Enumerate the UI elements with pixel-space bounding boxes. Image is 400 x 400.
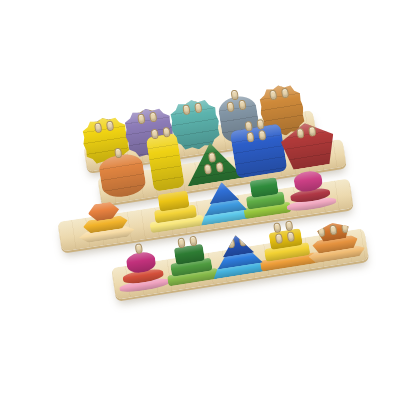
peg-row	[246, 130, 266, 143]
peg-group	[215, 87, 256, 114]
board-front	[111, 228, 369, 300]
peg-group	[256, 75, 302, 102]
orange-pentagon-peg-pyramid	[304, 221, 366, 264]
wooden-peg	[208, 152, 216, 163]
magenta-circle-peg-pyramid	[115, 251, 171, 295]
wooden-peg	[162, 127, 170, 138]
peg-row	[135, 243, 143, 254]
wooden-peg	[177, 237, 185, 248]
peg-row	[208, 152, 216, 163]
wooden-peg	[204, 163, 212, 174]
red-pentagon-column	[278, 119, 337, 171]
wooden-peg	[275, 233, 283, 244]
peg-group	[172, 235, 202, 249]
orange-circle-column	[97, 151, 147, 200]
wooden-peg	[341, 223, 349, 234]
wooden-peg	[273, 222, 281, 233]
wooden-peg	[135, 243, 143, 254]
peg-row	[114, 147, 122, 158]
wooden-peg	[231, 226, 239, 237]
wooden-peg	[308, 126, 316, 137]
orange-hexagon-pyramid	[75, 201, 136, 244]
wooden-peg	[149, 111, 157, 122]
wooden-peg	[181, 94, 189, 105]
pink-circle-pyramid	[282, 170, 337, 213]
wooden-peg	[94, 122, 102, 133]
peg-row	[177, 236, 197, 249]
peg-row	[231, 89, 239, 100]
wooden-peg	[238, 99, 246, 110]
wooden-peg	[296, 128, 304, 139]
wooden-peg	[287, 231, 295, 242]
wooden-peg	[285, 220, 293, 231]
wooden-peg	[269, 90, 277, 101]
wooden-peg	[231, 89, 239, 100]
wooden-peg	[258, 130, 266, 141]
product-photo-wooden-stacking-toy	[0, 0, 400, 400]
wooden-peg	[189, 236, 197, 247]
wooden-peg	[317, 226, 325, 237]
peg-row	[296, 126, 316, 139]
wooden-peg	[321, 215, 329, 226]
square-piece-stack	[230, 123, 288, 178]
peg-row	[227, 99, 247, 112]
wooden-peg	[150, 128, 158, 139]
wooden-peg	[226, 238, 234, 249]
peg-row	[94, 120, 114, 133]
wooden-peg	[333, 213, 341, 224]
peg-row	[226, 236, 246, 249]
wooden-peg	[105, 120, 113, 131]
wooden-peg	[193, 92, 201, 103]
peg-row	[150, 127, 170, 140]
wooden-peg	[194, 103, 202, 114]
peg-row	[269, 88, 289, 101]
peg-group	[267, 219, 302, 245]
wooden-peg	[92, 111, 100, 122]
wooden-peg	[329, 225, 337, 236]
wooden-peg	[245, 121, 253, 132]
wooden-peg	[114, 147, 122, 158]
peg-group	[79, 108, 127, 136]
peg-row	[182, 103, 202, 116]
wooden-peg	[268, 79, 276, 90]
wooden-peg	[281, 88, 289, 99]
wooden-peg	[256, 119, 264, 130]
peg-row	[317, 223, 349, 238]
wooden-peg	[104, 110, 112, 121]
peg-group	[121, 98, 172, 126]
circle-piece-stack	[97, 151, 147, 200]
wooden-peg	[137, 113, 145, 124]
peg-group	[166, 90, 217, 118]
peg-row	[137, 111, 157, 124]
peg-group	[315, 212, 350, 238]
wooden-peg	[238, 236, 246, 247]
wooden-peg	[216, 162, 224, 173]
wooden-peg	[279, 77, 287, 88]
peg-row	[275, 231, 295, 244]
wooden-peg	[147, 100, 155, 111]
wooden-peg	[135, 102, 143, 113]
pentagon-piece-stack	[278, 119, 337, 171]
peg-row	[204, 162, 224, 175]
peg-group	[124, 241, 154, 255]
yellow-square-pyramid	[146, 191, 204, 233]
peg-row	[321, 213, 341, 226]
wooden-peg	[227, 101, 235, 112]
peg-row	[231, 226, 239, 237]
blue-square-column	[230, 123, 288, 178]
wooden-peg	[182, 105, 190, 116]
peg-group	[218, 224, 253, 250]
wooden-peg	[246, 132, 254, 143]
